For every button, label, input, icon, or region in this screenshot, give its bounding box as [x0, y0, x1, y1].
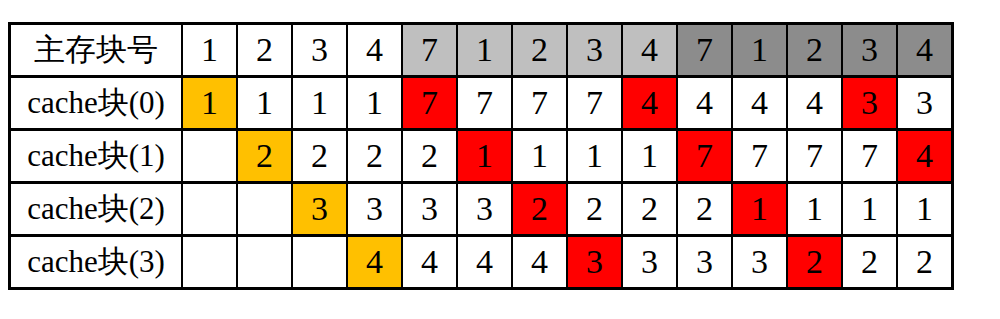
cache-state-cell: 4	[897, 130, 953, 183]
cache-state-cell: 1	[897, 183, 953, 236]
cache-state-cell: 7	[402, 77, 457, 130]
cache-state-cell: 7	[567, 77, 622, 130]
cache-state-cell: 3	[457, 183, 512, 236]
cache-state-cell: 3	[622, 236, 677, 289]
memory-block-number-cell: 1	[182, 24, 237, 77]
cache-state-cell: 2	[237, 130, 292, 183]
cache-row-label: cache块(0)	[10, 77, 183, 130]
cache-state-cell	[182, 183, 237, 236]
memory-block-number-cell: 4	[897, 24, 953, 77]
cache-state-cell	[237, 236, 292, 289]
cache-state-cell: 7	[732, 130, 787, 183]
cache-state-cell: 1	[787, 183, 842, 236]
cache-state-cell: 3	[347, 183, 402, 236]
memory-block-number-cell: 7	[677, 24, 732, 77]
cache-state-cell: 7	[457, 77, 512, 130]
cache-state-cell: 4	[622, 77, 677, 130]
cache-state-cell: 2	[842, 236, 897, 289]
cache-state-cell: 4	[732, 77, 787, 130]
cache-state-cell: 3	[402, 183, 457, 236]
memory-block-number-cell: 7	[402, 24, 457, 77]
cache-state-cell: 1	[182, 77, 237, 130]
cache-state-cell: 1	[512, 130, 567, 183]
cache-state-cell: 2	[567, 183, 622, 236]
cache-state-cell: 2	[897, 236, 953, 289]
memory-block-number-cell: 4	[347, 24, 402, 77]
memory-block-number-cell: 2	[512, 24, 567, 77]
cache-state-cell: 1	[567, 130, 622, 183]
cache-state-cell: 7	[787, 130, 842, 183]
cache-state-cell: 3	[842, 77, 897, 130]
cache-state-cell: 2	[622, 183, 677, 236]
cache-row: cache块(2)333322221111	[10, 183, 953, 236]
cache-state-cell: 2	[292, 130, 347, 183]
cache-state-cell: 1	[622, 130, 677, 183]
cache-state-cell: 7	[677, 130, 732, 183]
cache-table-body: 主存块号12347123471234cache块(0)1111777744443…	[10, 24, 953, 289]
memory-block-number-cell: 2	[787, 24, 842, 77]
cache-state-cell	[237, 183, 292, 236]
cache-state-cell	[182, 236, 237, 289]
cache-state-cell: 4	[457, 236, 512, 289]
memory-block-number-cell: 2	[237, 24, 292, 77]
cache-state-cell: 3	[732, 236, 787, 289]
cache-state-cell: 1	[732, 183, 787, 236]
cache-state-cell: 4	[787, 77, 842, 130]
memory-block-number-cell: 4	[622, 24, 677, 77]
cache-state-cell: 3	[567, 236, 622, 289]
cache-state-cell: 3	[897, 77, 953, 130]
cache-state-cell: 4	[402, 236, 457, 289]
cache-row: cache块(0)11117777444433	[10, 77, 953, 130]
cache-row: cache块(3)44443333222	[10, 236, 953, 289]
cache-state-cell: 7	[842, 130, 897, 183]
memory-block-number-cell: 3	[842, 24, 897, 77]
cache-row-label: cache块(1)	[10, 130, 183, 183]
cache-state-cell: 1	[237, 77, 292, 130]
cache-state-cell: 1	[292, 77, 347, 130]
cache-replacement-table: 主存块号12347123471234cache块(0)1111777744443…	[8, 22, 954, 290]
cache-state-cell: 4	[347, 236, 402, 289]
cache-state-cell: 2	[787, 236, 842, 289]
cache-state-cell: 3	[677, 236, 732, 289]
header-label: 主存块号	[10, 24, 183, 77]
cache-state-cell: 2	[677, 183, 732, 236]
cache-state-cell: 2	[402, 130, 457, 183]
header-row: 主存块号12347123471234	[10, 24, 953, 77]
cache-state-cell: 1	[347, 77, 402, 130]
cache-row-label: cache块(2)	[10, 183, 183, 236]
memory-block-number-cell: 1	[732, 24, 787, 77]
cache-state-cell: 1	[842, 183, 897, 236]
page: 主存块号12347123471234cache块(0)1111777744443…	[0, 0, 1000, 319]
memory-block-number-cell: 3	[567, 24, 622, 77]
cache-state-cell: 1	[457, 130, 512, 183]
cache-state-cell: 4	[512, 236, 567, 289]
cache-state-cell: 2	[512, 183, 567, 236]
memory-block-number-cell: 3	[292, 24, 347, 77]
cache-state-cell: 7	[512, 77, 567, 130]
memory-block-number-cell: 1	[457, 24, 512, 77]
cache-state-cell: 2	[347, 130, 402, 183]
cache-state-cell: 3	[292, 183, 347, 236]
cache-state-cell	[182, 130, 237, 183]
cache-row: cache块(1)2222111177774	[10, 130, 953, 183]
cache-state-cell: 4	[677, 77, 732, 130]
cache-row-label: cache块(3)	[10, 236, 183, 289]
cache-state-cell	[292, 236, 347, 289]
